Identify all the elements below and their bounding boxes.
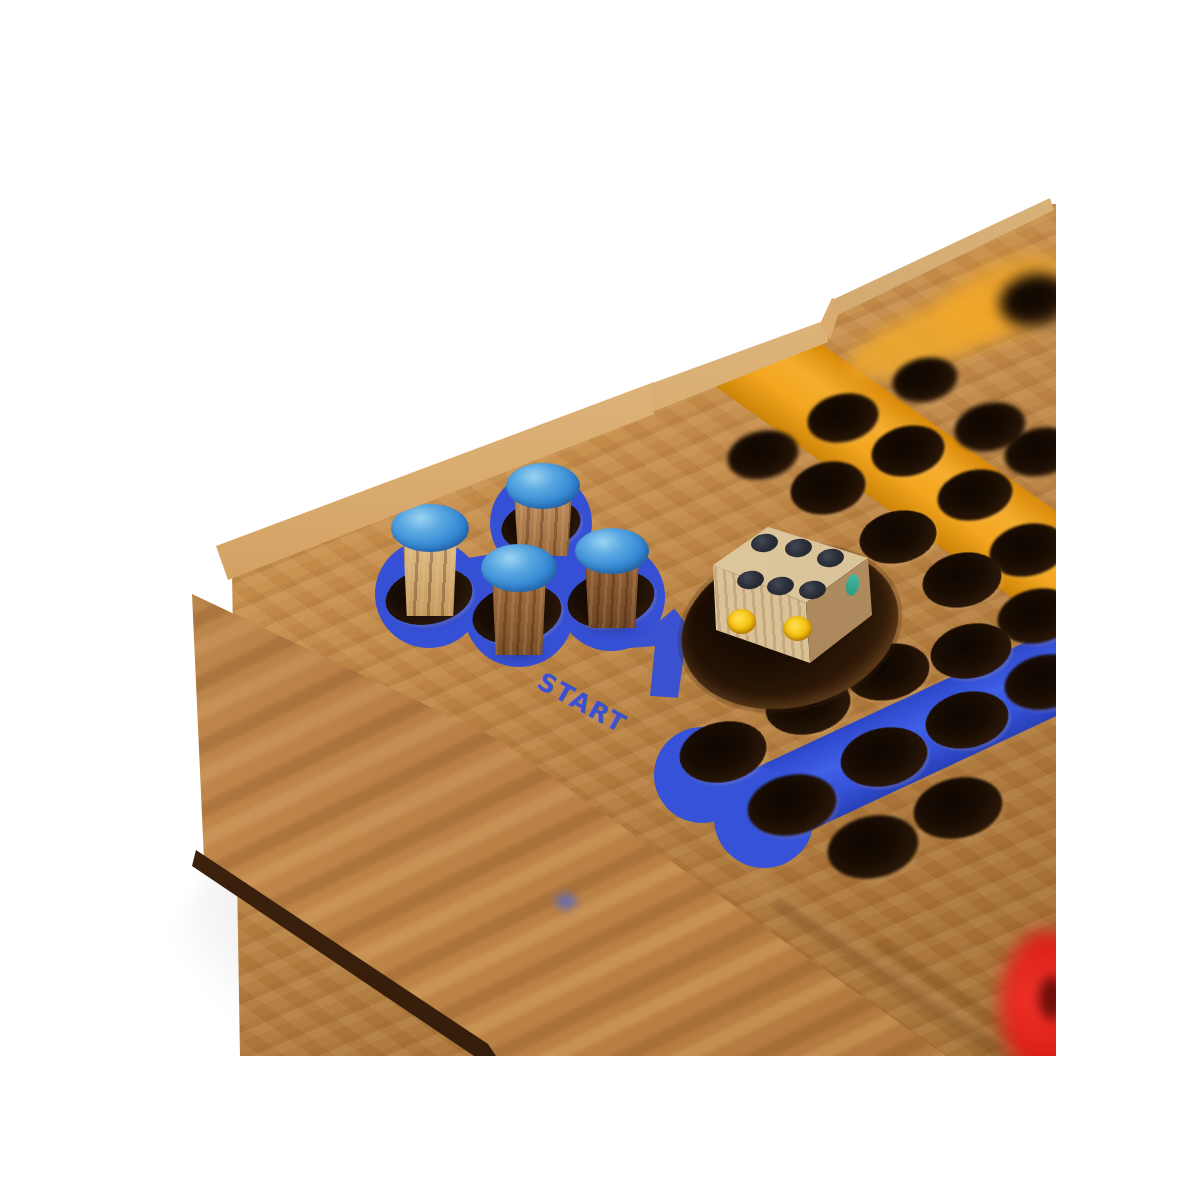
blue-peg-front-cap[interactable] — [481, 544, 557, 592]
die-pip-yellow — [783, 616, 812, 641]
blue-paint-speck — [556, 894, 576, 909]
die-pip-yellow — [727, 609, 756, 634]
product-photo: START — [0, 0, 1200, 1200]
blue-peg-right-cap[interactable] — [575, 528, 649, 574]
red-peg-shadow — [1039, 976, 1065, 1020]
blue-peg-back-cap[interactable] — [506, 463, 580, 509]
